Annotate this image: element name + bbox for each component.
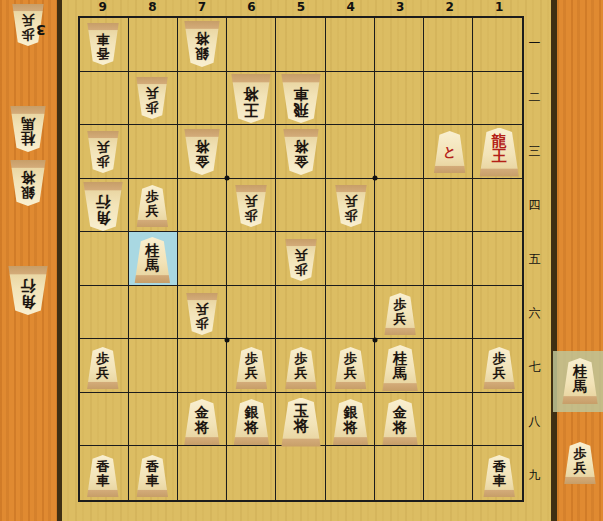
shogi-piece-角行-gote[interactable]: 角行: [8, 266, 48, 315]
board-square-3-2[interactable]: [375, 72, 424, 126]
shogi-piece-桂馬-gote[interactable]: 桂馬: [10, 106, 46, 152]
piece-kanji: 馬: [573, 379, 587, 394]
piece-kanji: 金: [294, 154, 308, 169]
rank-label-8: 八: [524, 394, 545, 448]
piece-kanji: 車: [96, 474, 109, 488]
rank-label-3: 三: [524, 124, 545, 178]
piece-kanji: 王: [244, 101, 259, 117]
piece-kanji: 兵: [146, 204, 159, 218]
piece-kanji: 将: [195, 32, 209, 47]
board-square-2-9[interactable]: [424, 446, 473, 500]
piece-kanji: 行: [21, 278, 36, 294]
piece-kanji: 将: [294, 419, 309, 435]
shogi-app: 歩兵桂馬銀将角行3 桂馬歩兵 987654321 一二三四五六七八九 香車銀将歩…: [0, 0, 603, 521]
board-square-1-6[interactable]: [473, 286, 522, 340]
piece-kanji: 車: [493, 474, 506, 488]
board-square-9-2[interactable]: [80, 72, 129, 126]
board-square-3-4[interactable]: [375, 179, 424, 233]
board-square-6-9[interactable]: [227, 446, 276, 500]
piece-kanji: 歩: [195, 316, 208, 330]
rank-label-9: 九: [524, 448, 545, 502]
board-square-7-4[interactable]: [178, 179, 227, 233]
board-square-5-4[interactable]: [276, 179, 325, 233]
board-square-6-5[interactable]: [227, 232, 276, 286]
piece-kanji: 歩: [344, 352, 357, 366]
board-square-1-4[interactable]: [473, 179, 522, 233]
board-square-2-7[interactable]: [424, 339, 473, 393]
file-label-6: 6: [227, 0, 277, 16]
board-square-4-3[interactable]: [326, 125, 375, 179]
board-square-9-5[interactable]: [80, 232, 129, 286]
file-label-9: 9: [78, 0, 128, 16]
piece-kanji: 将: [195, 420, 209, 435]
board-square-4-6[interactable]: [326, 286, 375, 340]
piece-kanji: 将: [195, 140, 209, 155]
piece-kanji: 歩: [96, 154, 109, 168]
board-square-5-6[interactable]: [276, 286, 325, 340]
piece-kanji: 兵: [295, 249, 308, 263]
piece-kanji: 兵: [146, 87, 159, 101]
piece-kanji: 銀: [244, 405, 258, 420]
sente-captured-pieces-stand: 桂馬歩兵: [551, 0, 603, 521]
piece-kanji: 香: [96, 46, 109, 60]
rank-label-1: 一: [524, 16, 545, 70]
board-square-5-9[interactable]: [276, 446, 325, 500]
rank-label-6: 六: [524, 286, 545, 340]
piece-kanji: と: [443, 145, 456, 159]
piece-kanji: 車: [96, 33, 109, 47]
rank-label-5: 五: [524, 232, 545, 286]
piece-kanji: 桂: [393, 351, 407, 366]
piece-kanji: 馬: [145, 258, 159, 273]
piece-kanji: 桂: [573, 364, 587, 379]
piece-kanji: 香: [96, 460, 109, 474]
piece-kanji: 桂: [145, 243, 159, 258]
board-square-8-8[interactable]: [129, 393, 178, 447]
piece-kanji: 銀: [195, 46, 209, 61]
piece-kanji: 銀: [21, 185, 35, 200]
board-square-1-8[interactable]: [473, 393, 522, 447]
board-square-5-1[interactable]: [276, 18, 325, 72]
file-label-1: 1: [475, 0, 525, 16]
shogi-piece-歩兵-sente[interactable]: 歩兵: [564, 442, 596, 484]
gote-captured-pieces-stand: 歩兵桂馬銀将角行3: [0, 0, 62, 521]
piece-kanji: 歩: [344, 208, 357, 222]
piece-kanji: 兵: [96, 141, 109, 155]
piece-kanji: 金: [195, 405, 209, 420]
board-square-6-3[interactable]: [227, 125, 276, 179]
board-square-7-7[interactable]: [178, 339, 227, 393]
piece-kanji: 兵: [195, 303, 208, 317]
board-square-8-6[interactable]: [129, 286, 178, 340]
board-square-2-4[interactable]: [424, 179, 473, 233]
piece-kanji: 兵: [96, 366, 109, 380]
board-square-2-8[interactable]: [424, 393, 473, 447]
board-square-4-5[interactable]: [326, 232, 375, 286]
piece-kanji: 歩: [295, 262, 308, 276]
piece-kanji: 歩: [245, 208, 258, 222]
piece-kanji: 歩: [22, 27, 35, 41]
piece-kanji: 将: [344, 420, 358, 435]
piece-kanji: 銀: [344, 405, 358, 420]
rank-label-2: 二: [524, 70, 545, 124]
piece-kanji: 兵: [574, 461, 587, 475]
piece-kanji: 馬: [393, 366, 407, 381]
piece-kanji: 香: [146, 460, 159, 474]
piece-kanji: 兵: [22, 14, 35, 28]
piece-kanji: 飛: [294, 101, 309, 117]
piece-kanji: 兵: [245, 366, 258, 380]
piece-kanji: 歩: [574, 447, 587, 461]
piece-kanji: 王: [492, 149, 507, 165]
piece-kanji: 金: [195, 154, 209, 169]
file-coordinate-labels: 987654321: [78, 0, 524, 16]
piece-kanji: 金: [393, 405, 407, 420]
piece-kanji: 歩: [146, 190, 159, 204]
board-square-6-6[interactable]: [227, 286, 276, 340]
board-square-9-6[interactable]: [80, 286, 129, 340]
board-square-9-8[interactable]: [80, 393, 129, 447]
piece-kanji: 角: [95, 209, 110, 225]
piece-kanji: 角: [21, 293, 36, 309]
piece-kanji: 桂: [21, 131, 35, 146]
piece-kanji: 馬: [21, 117, 35, 132]
piece-kanji: 歩: [96, 352, 109, 366]
board-square-2-5[interactable]: [424, 232, 473, 286]
rank-label-4: 四: [524, 178, 545, 232]
piece-kanji: 歩: [295, 352, 308, 366]
piece-kanji: 歩: [493, 352, 506, 366]
piece-kanji: 香: [493, 460, 506, 474]
file-label-4: 4: [326, 0, 376, 16]
board-square-3-9[interactable]: [375, 446, 424, 500]
board-square-7-9[interactable]: [178, 446, 227, 500]
board-square-4-1[interactable]: [326, 18, 375, 72]
board-square-7-5[interactable]: [178, 232, 227, 286]
piece-kanji: 歩: [245, 352, 258, 366]
board-square-3-5[interactable]: [375, 232, 424, 286]
board-square-2-2[interactable]: [424, 72, 473, 126]
piece-kanji: 行: [95, 193, 110, 209]
board-square-1-1[interactable]: [473, 18, 522, 72]
board-square-3-3[interactable]: [375, 125, 424, 179]
piece-kanji: 将: [393, 420, 407, 435]
piece-kanji: 兵: [344, 195, 357, 209]
file-label-5: 5: [276, 0, 326, 16]
board-square-8-3[interactable]: [129, 125, 178, 179]
file-label-2: 2: [425, 0, 475, 16]
board-square-4-9[interactable]: [326, 446, 375, 500]
gote-pawn-count: 3: [36, 22, 46, 38]
board-square-1-5[interactable]: [473, 232, 522, 286]
piece-kanji: 将: [244, 420, 258, 435]
shogi-piece-銀将-gote[interactable]: 銀将: [10, 160, 46, 206]
file-label-8: 8: [128, 0, 178, 16]
file-label-3: 3: [375, 0, 425, 16]
piece-kanji: 兵: [493, 366, 506, 380]
file-label-7: 7: [177, 0, 227, 16]
board-square-3-1[interactable]: [375, 18, 424, 72]
piece-kanji: 歩: [146, 100, 159, 114]
rank-coordinate-labels: 一二三四五六七八九: [524, 16, 545, 502]
board-square-4-2[interactable]: [326, 72, 375, 126]
board-square-7-2[interactable]: [178, 72, 227, 126]
piece-kanji: 車: [294, 85, 309, 101]
board-square-8-7[interactable]: [129, 339, 178, 393]
piece-kanji: 将: [244, 85, 259, 101]
board-square-6-1[interactable]: [227, 18, 276, 72]
piece-kanji: 兵: [344, 366, 357, 380]
piece-kanji: 兵: [394, 312, 407, 326]
board-square-8-1[interactable]: [129, 18, 178, 72]
rank-label-7: 七: [524, 340, 545, 394]
board-square-2-6[interactable]: [424, 286, 473, 340]
piece-kanji: 将: [21, 171, 35, 186]
piece-kanji: 将: [294, 140, 308, 155]
piece-kanji: 兵: [295, 366, 308, 380]
board-square-1-2[interactable]: [473, 72, 522, 126]
piece-kanji: 歩: [394, 298, 407, 312]
board-square-2-1[interactable]: [424, 18, 473, 72]
piece-kanji: 車: [146, 474, 159, 488]
piece-kanji: 兵: [245, 195, 258, 209]
